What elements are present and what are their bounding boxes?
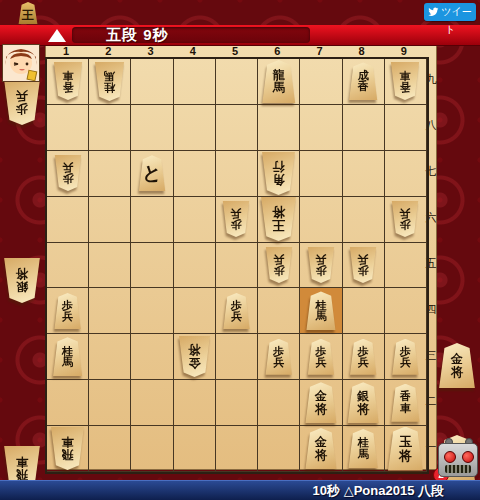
piece-gote-tokin[interactable]: と xyxy=(138,155,166,191)
square-3七[interactable]: と xyxy=(131,151,173,197)
piece-kanji: 銀 xyxy=(357,390,369,402)
square-7七[interactable] xyxy=(300,151,342,197)
robot-eye xyxy=(444,451,456,463)
piece-gote-pawn[interactable]: 歩兵 xyxy=(391,339,419,375)
file-label-4: 4 xyxy=(172,45,214,57)
file-label-6: 6 xyxy=(256,45,298,57)
twitter-bird-icon xyxy=(428,7,439,16)
file-label-1: 1 xyxy=(45,45,87,57)
piece-kanji: 将 xyxy=(451,366,463,378)
square-8六[interactable] xyxy=(343,197,385,243)
robot-mouth xyxy=(445,465,471,473)
square-1七[interactable]: 歩兵 xyxy=(47,151,89,197)
piece-kanji: 将 xyxy=(272,206,285,219)
square-4三[interactable]: 金将 xyxy=(174,334,216,380)
piece-gote-lance[interactable]: 香車 xyxy=(390,384,420,422)
square-6七[interactable]: 角行 xyxy=(258,151,300,197)
piece-gote-pawn[interactable]: 歩兵 xyxy=(265,339,293,375)
piece-sente-bishop[interactable]: 角行 xyxy=(261,152,296,195)
piece-gote-gold[interactable]: 金将 xyxy=(438,343,476,388)
square-4七[interactable] xyxy=(174,151,216,197)
square-2三[interactable] xyxy=(89,334,131,380)
piece-kanji: と xyxy=(142,164,161,183)
piece-kanji: 歩 xyxy=(231,219,242,230)
piece-kanji: 金 xyxy=(188,357,200,369)
piece-sente-pawn[interactable]: 歩兵 xyxy=(54,155,82,191)
piece-kanji: 兵 xyxy=(358,357,369,368)
square-7三[interactable]: 歩兵 xyxy=(300,334,342,380)
player-avatar[interactable] xyxy=(2,44,40,82)
piece-sente-pawn[interactable]: 歩兵 xyxy=(222,201,250,237)
piece-kanji: 兵 xyxy=(400,357,411,368)
piece-sente-gold[interactable]: 金将 xyxy=(178,336,211,377)
square-5三[interactable] xyxy=(216,334,258,380)
bottom-player-info: 10秒 △Pona2015 八段 xyxy=(0,481,480,500)
avatar-girl-image xyxy=(3,45,39,81)
square-1六[interactable] xyxy=(47,197,89,243)
piece-kanji: 飛 xyxy=(16,469,28,481)
piece-kanji: 王 xyxy=(272,219,285,232)
square-4六[interactable] xyxy=(174,197,216,243)
square-8二[interactable]: 銀将 xyxy=(343,380,385,426)
piece-kanji: 将 xyxy=(16,268,28,280)
piece-kanji: 馬 xyxy=(62,357,73,368)
piece-gote-pawn[interactable]: 歩兵 xyxy=(307,339,335,375)
square-3三[interactable] xyxy=(131,334,173,380)
piece-gote-knight[interactable]: 桂馬 xyxy=(52,337,83,376)
piece-kanji: 将 xyxy=(357,403,369,415)
square-7六[interactable] xyxy=(300,197,342,243)
piece-kanji: 車 xyxy=(400,403,411,414)
file-labels: 123456789 xyxy=(45,45,425,57)
piece-kanji: 行 xyxy=(273,161,285,173)
file-label-5: 5 xyxy=(214,45,256,57)
square-1二[interactable] xyxy=(47,380,89,426)
piece-sente-pawn[interactable]: 歩兵 xyxy=(3,80,41,125)
square-5六[interactable]: 歩兵 xyxy=(216,197,258,243)
piece-kanji: 兵 xyxy=(231,311,242,322)
square-9七[interactable] xyxy=(385,151,427,197)
square-9三[interactable]: 歩兵 xyxy=(385,334,427,380)
square-2二[interactable] xyxy=(89,380,131,426)
square-9二[interactable]: 香車 xyxy=(385,380,427,426)
piece-kanji: 歩 xyxy=(62,173,73,184)
piece-kanji: 歩 xyxy=(16,103,28,115)
piece-sente-king[interactable]: 王将 xyxy=(260,197,297,241)
piece-kanji: 将 xyxy=(188,345,200,357)
robot-opponent-icon[interactable] xyxy=(437,437,480,483)
file-label-3: 3 xyxy=(129,45,171,57)
piece-kanji: 香 xyxy=(400,391,411,402)
piece-kanji: 車 xyxy=(16,456,28,468)
piece-kanji: 兵 xyxy=(315,357,326,368)
tweet-button[interactable]: ツイート xyxy=(424,3,476,21)
square-8三[interactable]: 歩兵 xyxy=(343,334,385,380)
square-1三[interactable]: 桂馬 xyxy=(47,334,89,380)
square-2六[interactable] xyxy=(89,197,131,243)
square-5二[interactable] xyxy=(216,380,258,426)
piece-kanji: 兵 xyxy=(62,162,73,173)
square-7二[interactable]: 金将 xyxy=(300,380,342,426)
file-label-7: 7 xyxy=(298,45,340,57)
piece-kanji: 角 xyxy=(273,173,285,185)
piece-gote-pawn[interactable]: 歩兵 xyxy=(349,339,377,375)
piece-kanji: 金 xyxy=(315,390,327,402)
piece-gote-gold[interactable]: 金将 xyxy=(304,382,337,423)
piece-kanji: 兵 xyxy=(273,357,284,368)
piece-kanji: 馬 xyxy=(315,311,326,322)
sente-turn-triangle xyxy=(48,29,66,42)
app-screen: 王 ツイート 五段 9秒 123456789 九八七六五四三二一 香車桂馬龍馬成… xyxy=(0,0,480,500)
piece-kanji: 兵 xyxy=(400,208,411,219)
site-logo-piece-icon[interactable]: 王 xyxy=(18,2,38,24)
square-4二[interactable] xyxy=(174,380,216,426)
piece-kanji: 金 xyxy=(451,353,463,365)
file-label-2: 2 xyxy=(87,45,129,57)
bottom-player-bar: 10秒 △Pona2015 八段 xyxy=(0,480,480,500)
piece-sente-pawn[interactable]: 歩兵 xyxy=(391,201,419,237)
square-6六[interactable]: 王将 xyxy=(258,197,300,243)
square-2七[interactable] xyxy=(89,151,131,197)
square-3六[interactable] xyxy=(131,197,173,243)
piece-sente-silver[interactable]: 銀将 xyxy=(3,258,41,303)
file-label-9: 9 xyxy=(383,45,425,57)
piece-gote-silver[interactable]: 銀将 xyxy=(347,382,380,423)
square-5七[interactable] xyxy=(216,151,258,197)
piece-kanji: 歩 xyxy=(400,219,411,230)
piece-kanji: 兵 xyxy=(16,90,28,102)
piece-kanji: 銀 xyxy=(16,281,28,293)
square-9六[interactable]: 歩兵 xyxy=(385,197,427,243)
square-6二[interactable] xyxy=(258,380,300,426)
file-label-8: 8 xyxy=(341,45,383,57)
square-6三[interactable]: 歩兵 xyxy=(258,334,300,380)
piece-kanji: 将 xyxy=(315,403,327,415)
top-player-rank-time: 五段 9秒 xyxy=(106,25,169,45)
piece-kanji: 兵 xyxy=(62,311,73,322)
square-3二[interactable] xyxy=(131,380,173,426)
robot-eye xyxy=(462,451,474,463)
piece-kanji: 兵 xyxy=(231,208,242,219)
square-8七[interactable] xyxy=(343,151,385,197)
